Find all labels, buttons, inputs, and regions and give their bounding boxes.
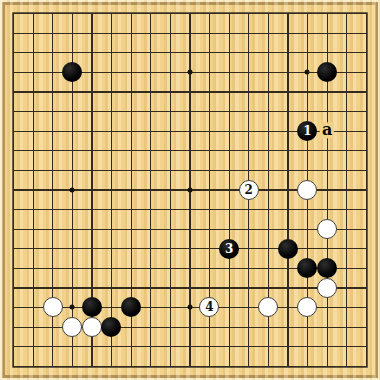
white-stone-D3 <box>62 317 82 337</box>
move-number: 1 <box>303 125 311 137</box>
black-stone-E4 <box>82 298 102 318</box>
black-stone-F3 <box>102 317 122 337</box>
white-stone-C4 <box>43 298 63 318</box>
white-stone <box>62 317 82 337</box>
white-stone-move-2-N10: 2 <box>239 180 259 200</box>
black-stone <box>317 258 337 278</box>
black-stone-move-3-M7: 3 <box>219 239 239 259</box>
board-grid[interactable]: 1234a <box>4 4 376 376</box>
black-stone-P7 <box>278 239 298 259</box>
white-stone-E3 <box>82 317 102 337</box>
star-point-marker <box>180 62 200 82</box>
black-stone <box>278 239 298 259</box>
black-stone <box>317 62 337 82</box>
white-stone-R5 <box>317 278 337 298</box>
go-board[interactable]: 1234a <box>0 0 380 380</box>
annotation-letter: a <box>320 122 334 138</box>
black-stone-G4 <box>121 298 141 318</box>
black-stone <box>82 297 102 317</box>
black-stone <box>62 62 82 82</box>
white-stone: 4 <box>199 297 219 317</box>
move-number: 2 <box>244 184 252 196</box>
move-number: 4 <box>205 301 213 313</box>
white-stone <box>258 297 278 317</box>
star-point-marker <box>62 298 82 318</box>
white-stone <box>297 180 317 200</box>
white-stone <box>317 278 337 298</box>
white-stone <box>82 317 102 337</box>
white-stone-R8 <box>317 219 337 239</box>
black-stone-R6 <box>317 258 337 278</box>
white-stone <box>43 297 63 317</box>
black-stone: 1 <box>297 121 317 141</box>
white-stone <box>317 219 337 239</box>
black-stone <box>101 317 121 337</box>
white-stone-O4 <box>258 298 278 318</box>
point-label-a: a <box>317 121 337 141</box>
white-stone-Q10 <box>298 180 318 200</box>
black-stone <box>297 258 317 278</box>
black-stone-R16 <box>317 62 337 82</box>
white-stone <box>297 297 317 317</box>
star-point-marker <box>180 180 200 200</box>
white-stone: 2 <box>239 180 259 200</box>
black-stone <box>121 297 141 317</box>
star-point-marker <box>298 62 318 82</box>
white-stone-Q4 <box>298 298 318 318</box>
black-stone-D16 <box>62 62 82 82</box>
star-point-marker <box>180 298 200 318</box>
black-stone-Q6 <box>298 258 318 278</box>
move-number: 3 <box>225 243 233 255</box>
black-stone: 3 <box>219 239 239 259</box>
black-stone-move-1-Q13: 1 <box>298 121 318 141</box>
white-stone-move-4-L4: 4 <box>200 298 220 318</box>
star-point-marker <box>62 180 82 200</box>
